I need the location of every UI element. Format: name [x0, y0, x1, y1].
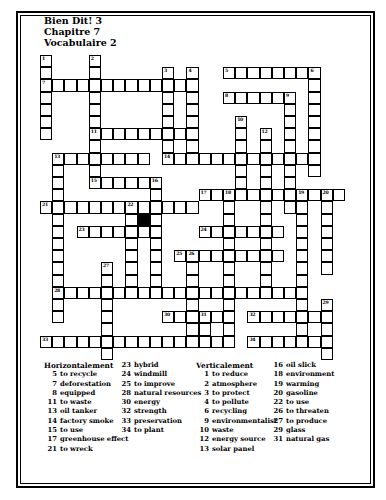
grid-cell[interactable] — [113, 201, 125, 213]
grid-cell[interactable] — [321, 348, 333, 360]
grid-cell[interactable] — [150, 250, 162, 262]
grid-cell[interactable] — [77, 153, 89, 165]
clue-item-number: 29 — [270, 426, 283, 435]
grid-cell[interactable] — [101, 275, 113, 287]
grid-cell[interactable] — [150, 226, 162, 238]
grid-cell[interactable] — [284, 311, 296, 323]
grid-cell[interactable]: 2 — [89, 55, 101, 67]
clue-item-number: 10 — [196, 426, 209, 435]
grid-cell[interactable] — [260, 250, 272, 262]
grid-cell[interactable] — [272, 336, 284, 348]
grid-cell[interactable] — [272, 287, 284, 299]
grid-cell[interactable] — [284, 287, 296, 299]
grid-cell[interactable] — [199, 250, 211, 262]
grid-cell[interactable] — [272, 92, 284, 104]
grid-cell[interactable] — [308, 165, 320, 177]
grid-cell[interactable] — [223, 201, 235, 213]
grid-cell[interactable] — [138, 287, 150, 299]
grid-cell[interactable] — [223, 153, 235, 165]
grid-cell[interactable] — [296, 250, 308, 262]
grid-cell[interactable] — [247, 189, 259, 201]
grid-cell[interactable] — [247, 287, 259, 299]
grid-cell[interactable] — [125, 79, 137, 91]
grid-cell[interactable] — [284, 153, 296, 165]
grid-cell[interactable] — [113, 79, 125, 91]
clue-number: 17 — [201, 190, 207, 195]
grid-cell[interactable] — [125, 238, 137, 250]
grid-cell[interactable] — [284, 116, 296, 128]
grid-cell[interactable] — [125, 153, 137, 165]
grid-cell[interactable] — [186, 116, 198, 128]
grid-cell[interactable] — [235, 92, 247, 104]
grid-cell[interactable] — [223, 214, 235, 226]
grid-cell[interactable] — [272, 311, 284, 323]
grid-cell[interactable] — [235, 250, 247, 262]
grid-cell[interactable] — [272, 226, 284, 238]
grid-cell[interactable] — [89, 104, 101, 116]
grid-cell[interactable] — [186, 153, 198, 165]
clue-number: 1 — [42, 56, 45, 61]
grid-cell[interactable] — [308, 128, 320, 140]
grid-cell[interactable] — [125, 250, 137, 262]
grid-cell[interactable] — [162, 104, 174, 116]
grid-cell[interactable] — [308, 79, 320, 91]
grid-cell[interactable] — [125, 336, 137, 348]
clue-item: 29glass — [270, 426, 334, 435]
grid-cell[interactable] — [211, 287, 223, 299]
grid-cell[interactable] — [321, 238, 333, 250]
grid-cell[interactable] — [260, 336, 272, 348]
grid-cell[interactable] — [40, 128, 52, 140]
grid-cell[interactable]: 28 — [52, 287, 64, 299]
grid-cell[interactable]: 9 — [284, 92, 296, 104]
grid-cell[interactable] — [308, 153, 320, 165]
grid-cell[interactable] — [284, 177, 296, 189]
grid-cell[interactable] — [223, 250, 235, 262]
grid-cell[interactable] — [174, 311, 186, 323]
grid-cell[interactable] — [174, 128, 186, 140]
grid-cell[interactable] — [138, 177, 150, 189]
grid-cell[interactable] — [235, 177, 247, 189]
grid-cell[interactable] — [247, 226, 259, 238]
grid-cell[interactable]: 13 — [52, 153, 64, 165]
grid-cell[interactable] — [113, 226, 125, 238]
grid-cell[interactable]: 34 — [247, 336, 259, 348]
grid-cell[interactable] — [89, 92, 101, 104]
grid-cell[interactable] — [89, 201, 101, 213]
grid-cell[interactable] — [186, 92, 198, 104]
grid-cell[interactable]: 10 — [235, 116, 247, 128]
grid-cell[interactable] — [223, 275, 235, 287]
grid-cell[interactable] — [125, 214, 137, 226]
grid-cell[interactable] — [211, 189, 223, 201]
grid-cell[interactable] — [223, 238, 235, 250]
grid-cell[interactable] — [113, 287, 125, 299]
grid-cell[interactable]: 19 — [296, 189, 308, 201]
grid-cell[interactable] — [138, 226, 150, 238]
grid-cell[interactable] — [186, 262, 198, 274]
grid-cell[interactable]: 24 — [199, 226, 211, 238]
grid-cell[interactable] — [308, 189, 320, 201]
grid-cell[interactable] — [284, 67, 296, 79]
grid-cell[interactable] — [296, 238, 308, 250]
grid-cell[interactable] — [186, 140, 198, 152]
down-list-1: 1to reduce2atmosphere3to protect4to poll… — [196, 370, 277, 454]
grid-cell[interactable] — [174, 79, 186, 91]
grid-cell[interactable]: 16 — [150, 177, 162, 189]
grid-cell[interactable] — [40, 92, 52, 104]
grid-cell[interactable]: 22 — [125, 201, 137, 213]
grid-cell[interactable] — [150, 336, 162, 348]
grid-cell[interactable] — [52, 79, 64, 91]
clue-number: 32 — [249, 312, 255, 317]
grid-cell[interactable] — [52, 238, 64, 250]
grid-cell[interactable] — [186, 323, 198, 335]
grid-cell[interactable] — [125, 226, 137, 238]
grid-cell[interactable] — [101, 311, 113, 323]
grid-cell[interactable] — [52, 262, 64, 274]
grid-cell[interactable] — [113, 177, 125, 189]
grid-cell[interactable] — [52, 226, 64, 238]
grid-cell[interactable] — [174, 336, 186, 348]
clue-number: 18 — [225, 190, 231, 195]
grid-cell[interactable] — [186, 201, 198, 213]
grid-cell[interactable] — [308, 116, 320, 128]
grid-cell[interactable] — [247, 153, 259, 165]
grid-cell[interactable] — [52, 214, 64, 226]
grid-cell[interactable] — [150, 287, 162, 299]
grid-cell[interactable] — [235, 165, 247, 177]
grid-cell[interactable] — [64, 153, 76, 165]
grid-cell[interactable]: 1 — [40, 55, 52, 67]
grid-cell[interactable] — [162, 92, 174, 104]
grid-cell[interactable] — [321, 336, 333, 348]
grid-cell[interactable] — [125, 262, 137, 274]
grid-cell[interactable] — [52, 250, 64, 262]
grid-cell[interactable] — [223, 323, 235, 335]
grid-cell[interactable] — [321, 250, 333, 262]
grid-cell[interactable] — [296, 262, 308, 274]
grid-cell[interactable] — [150, 214, 162, 226]
down-list-2: 16oil slick18environment19warming20gasol… — [270, 361, 334, 445]
clue-item-text: to protect — [212, 389, 250, 398]
grid-cell[interactable] — [138, 336, 150, 348]
grid-cell[interactable] — [89, 79, 101, 91]
grid-cell[interactable] — [260, 311, 272, 323]
grid-cell[interactable]: 18 — [223, 189, 235, 201]
grid-cell[interactable] — [52, 201, 64, 213]
grid-cell[interactable] — [235, 128, 247, 140]
grid-cell[interactable] — [308, 92, 320, 104]
grid-cell[interactable] — [52, 336, 64, 348]
grid-cell[interactable] — [284, 140, 296, 152]
grid-cell[interactable] — [150, 201, 162, 213]
grid-cell[interactable] — [52, 177, 64, 189]
grid-cell[interactable] — [321, 262, 333, 274]
grid-cell[interactable] — [199, 336, 211, 348]
grid-cell[interactable]: 26 — [186, 250, 198, 262]
grid-cell[interactable]: 4 — [186, 67, 198, 79]
grid-cell[interactable] — [333, 189, 345, 201]
grid-cell[interactable] — [260, 287, 272, 299]
grid-cell[interactable] — [40, 116, 52, 128]
grid-cell[interactable]: 27 — [101, 262, 113, 274]
grid-cell[interactable] — [52, 189, 64, 201]
grid-cell[interactable] — [296, 226, 308, 238]
grid-cell[interactable] — [235, 153, 247, 165]
grid-cell[interactable] — [101, 177, 113, 189]
grid-cell[interactable] — [186, 299, 198, 311]
grid-cell[interactable] — [77, 287, 89, 299]
grid-cell[interactable] — [101, 153, 113, 165]
grid-cell[interactable] — [186, 287, 198, 299]
clue-item-text: to recycle — [60, 370, 97, 379]
grid-cell[interactable] — [199, 323, 211, 335]
grid-cell[interactable] — [321, 226, 333, 238]
grid-cell[interactable] — [77, 336, 89, 348]
grid-cell[interactable] — [223, 311, 235, 323]
grid-cell[interactable] — [247, 250, 259, 262]
grid-cell[interactable] — [272, 189, 284, 201]
grid-cell[interactable] — [296, 201, 308, 213]
grid-cell[interactable] — [223, 299, 235, 311]
grid-cell[interactable] — [101, 201, 113, 213]
grid-cell[interactable] — [162, 336, 174, 348]
grid-cell[interactable] — [272, 67, 284, 79]
grid-cell[interactable]: 15 — [89, 177, 101, 189]
grid-cell[interactable] — [235, 189, 247, 201]
grid-cell[interactable] — [223, 287, 235, 299]
grid-cell[interactable] — [101, 299, 113, 311]
grid-cell[interactable] — [296, 67, 308, 79]
grid-cell[interactable] — [125, 275, 137, 287]
grid-cell[interactable] — [199, 287, 211, 299]
grid-cell[interactable]: 12 — [260, 128, 272, 140]
grid-cell[interactable] — [260, 238, 272, 250]
grid-cell[interactable] — [162, 116, 174, 128]
grid-cell[interactable] — [89, 336, 101, 348]
grid-cell[interactable]: 30 — [162, 311, 174, 323]
grid-cell[interactable] — [52, 275, 64, 287]
grid-cell[interactable] — [113, 128, 125, 140]
grid-cell[interactable]: 29 — [321, 299, 333, 311]
grid-cell[interactable] — [260, 177, 272, 189]
grid-cell[interactable] — [64, 201, 76, 213]
grid-cell[interactable] — [211, 250, 223, 262]
grid-cell[interactable] — [89, 226, 101, 238]
grid-cell[interactable] — [186, 336, 198, 348]
grid-cell[interactable] — [174, 287, 186, 299]
grid-cell[interactable] — [186, 79, 198, 91]
grid-cell[interactable] — [101, 79, 113, 91]
grid-cell[interactable] — [260, 214, 272, 226]
grid-cell[interactable] — [174, 201, 186, 213]
grid-cell[interactable] — [272, 153, 284, 165]
grid-cell[interactable] — [284, 104, 296, 116]
grid-cell[interactable] — [138, 128, 150, 140]
grid-cell[interactable] — [138, 153, 150, 165]
grid-cell[interactable] — [101, 336, 113, 348]
grid-cell[interactable] — [260, 92, 272, 104]
grid-cell[interactable] — [77, 79, 89, 91]
grid-cell[interactable] — [321, 311, 333, 323]
grid-cell[interactable] — [101, 348, 113, 360]
grid-cell[interactable] — [89, 153, 101, 165]
grid-cell[interactable] — [77, 201, 89, 213]
grid-cell[interactable] — [223, 262, 235, 274]
grid-cell[interactable] — [162, 79, 174, 91]
grid-cell[interactable] — [89, 116, 101, 128]
grid-cell[interactable] — [321, 201, 333, 213]
grid-cell[interactable] — [101, 323, 113, 335]
grid-cell[interactable]: 31 — [199, 311, 211, 323]
grid-cell[interactable] — [64, 287, 76, 299]
grid-cell[interactable]: 8 — [223, 92, 235, 104]
grid-cell[interactable] — [150, 79, 162, 91]
grid-cell[interactable] — [89, 287, 101, 299]
grid-cell[interactable] — [260, 189, 272, 201]
grid-cell[interactable] — [321, 214, 333, 226]
grid-cell[interactable] — [296, 311, 308, 323]
grid-cell[interactable]: 5 — [223, 67, 235, 79]
clue-number: 34 — [249, 337, 255, 342]
grid-cell[interactable] — [260, 67, 272, 79]
clue-item-number: 30 — [118, 398, 131, 407]
grid-cell[interactable] — [138, 79, 150, 91]
grid-cell[interactable] — [52, 311, 64, 323]
grid-cell[interactable] — [260, 262, 272, 274]
grid-cell[interactable] — [113, 336, 125, 348]
clue-number: 19 — [298, 190, 304, 195]
grid-cell[interactable] — [235, 67, 247, 79]
grid-cell[interactable] — [296, 299, 308, 311]
grid-cell[interactable] — [125, 287, 137, 299]
grid-cell[interactable]: 3 — [162, 67, 174, 79]
grid-cell[interactable] — [308, 104, 320, 116]
grid-cell[interactable] — [235, 226, 247, 238]
grid-cell[interactable] — [150, 262, 162, 274]
grid-cell[interactable] — [260, 140, 272, 152]
grid-cell[interactable]: 33 — [40, 336, 52, 348]
clues-across-column-2: 23hybrid24windmill25to improve28natural … — [118, 361, 201, 435]
grid-cell[interactable] — [64, 336, 76, 348]
grid-cell[interactable] — [296, 275, 308, 287]
grid-cell[interactable]: 20 — [321, 189, 333, 201]
grid-cell[interactable] — [223, 336, 235, 348]
grid-cell[interactable] — [308, 336, 320, 348]
grid-cell[interactable]: 6 — [308, 67, 320, 79]
grid-cell[interactable] — [211, 311, 223, 323]
grid-cell[interactable] — [284, 201, 296, 213]
grid-cell[interactable] — [101, 226, 113, 238]
grid-cell[interactable] — [247, 92, 259, 104]
grid-cell[interactable] — [150, 238, 162, 250]
grid-cell[interactable] — [296, 153, 308, 165]
down-header: Verticalement — [196, 361, 277, 370]
clue-item-number: 34 — [118, 426, 131, 435]
grid-cell[interactable] — [52, 165, 64, 177]
grid-cell[interactable] — [223, 226, 235, 238]
grid-cell[interactable] — [211, 226, 223, 238]
grid-cell[interactable] — [89, 165, 101, 177]
grid-cell[interactable] — [296, 336, 308, 348]
grid-cell[interactable] — [284, 336, 296, 348]
grid-cell[interactable] — [162, 287, 174, 299]
grid-cell[interactable] — [138, 201, 150, 213]
grid-cell[interactable]: 14 — [162, 153, 174, 165]
grid-cell[interactable] — [40, 67, 52, 79]
grid-cell[interactable] — [162, 128, 174, 140]
grid-cell[interactable] — [284, 189, 296, 201]
grid-cell[interactable]: 23 — [77, 226, 89, 238]
grid-cell[interactable] — [235, 140, 247, 152]
grid-cell[interactable] — [321, 323, 333, 335]
grid-cell[interactable] — [284, 128, 296, 140]
clue-item-number: 22 — [270, 398, 283, 407]
grid-cell[interactable] — [260, 153, 272, 165]
grid-cell[interactable] — [260, 201, 272, 213]
grid-cell[interactable]: 25 — [174, 250, 186, 262]
grid-cell[interactable]: 17 — [199, 189, 211, 201]
grid-cell[interactable] — [211, 336, 223, 348]
grid-cell[interactable] — [211, 153, 223, 165]
grid-cell[interactable] — [284, 165, 296, 177]
clue-number: 33 — [42, 337, 48, 342]
grid-cell[interactable] — [162, 140, 174, 152]
grid-cell[interactable] — [186, 128, 198, 140]
grid-cell[interactable] — [308, 311, 320, 323]
grid-cell[interactable]: 21 — [40, 201, 52, 213]
grid-cell[interactable]: 32 — [247, 311, 259, 323]
grid-cell[interactable] — [40, 104, 52, 116]
grid-cell[interactable] — [174, 153, 186, 165]
black-cell — [138, 214, 150, 226]
grid-cell[interactable] — [308, 140, 320, 152]
grid-cell[interactable] — [199, 153, 211, 165]
clue-item-text: to produce — [286, 417, 327, 426]
grid-cell[interactable] — [186, 275, 198, 287]
grid-cell[interactable] — [89, 140, 101, 152]
grid-cell[interactable] — [235, 287, 247, 299]
grid-cell[interactable] — [125, 128, 137, 140]
grid-cell[interactable]: 7 — [40, 79, 52, 91]
grid-cell[interactable] — [247, 67, 259, 79]
grid-cell[interactable] — [260, 165, 272, 177]
clue-item: 7deforestation — [44, 380, 128, 389]
grid-cell[interactable] — [162, 201, 174, 213]
grid-cell[interactable] — [101, 128, 113, 140]
grid-cell[interactable] — [260, 226, 272, 238]
grid-cell[interactable] — [296, 323, 308, 335]
grid-cell[interactable]: 11 — [89, 128, 101, 140]
grid-cell[interactable] — [150, 189, 162, 201]
grid-cell[interactable] — [113, 153, 125, 165]
grid-cell[interactable] — [125, 177, 137, 189]
grid-cell[interactable] — [52, 299, 64, 311]
grid-cell[interactable] — [150, 128, 162, 140]
grid-cell[interactable] — [296, 287, 308, 299]
grid-cell[interactable] — [296, 214, 308, 226]
grid-cell[interactable] — [260, 275, 272, 287]
grid-cell[interactable] — [150, 275, 162, 287]
grid-cell[interactable] — [64, 79, 76, 91]
grid-cell[interactable] — [101, 287, 113, 299]
grid-cell[interactable] — [272, 250, 284, 262]
title-line-book: Bien Dit! 3 — [44, 15, 117, 26]
grid-cell[interactable] — [89, 67, 101, 79]
grid-cell[interactable] — [186, 311, 198, 323]
grid-cell[interactable] — [186, 104, 198, 116]
